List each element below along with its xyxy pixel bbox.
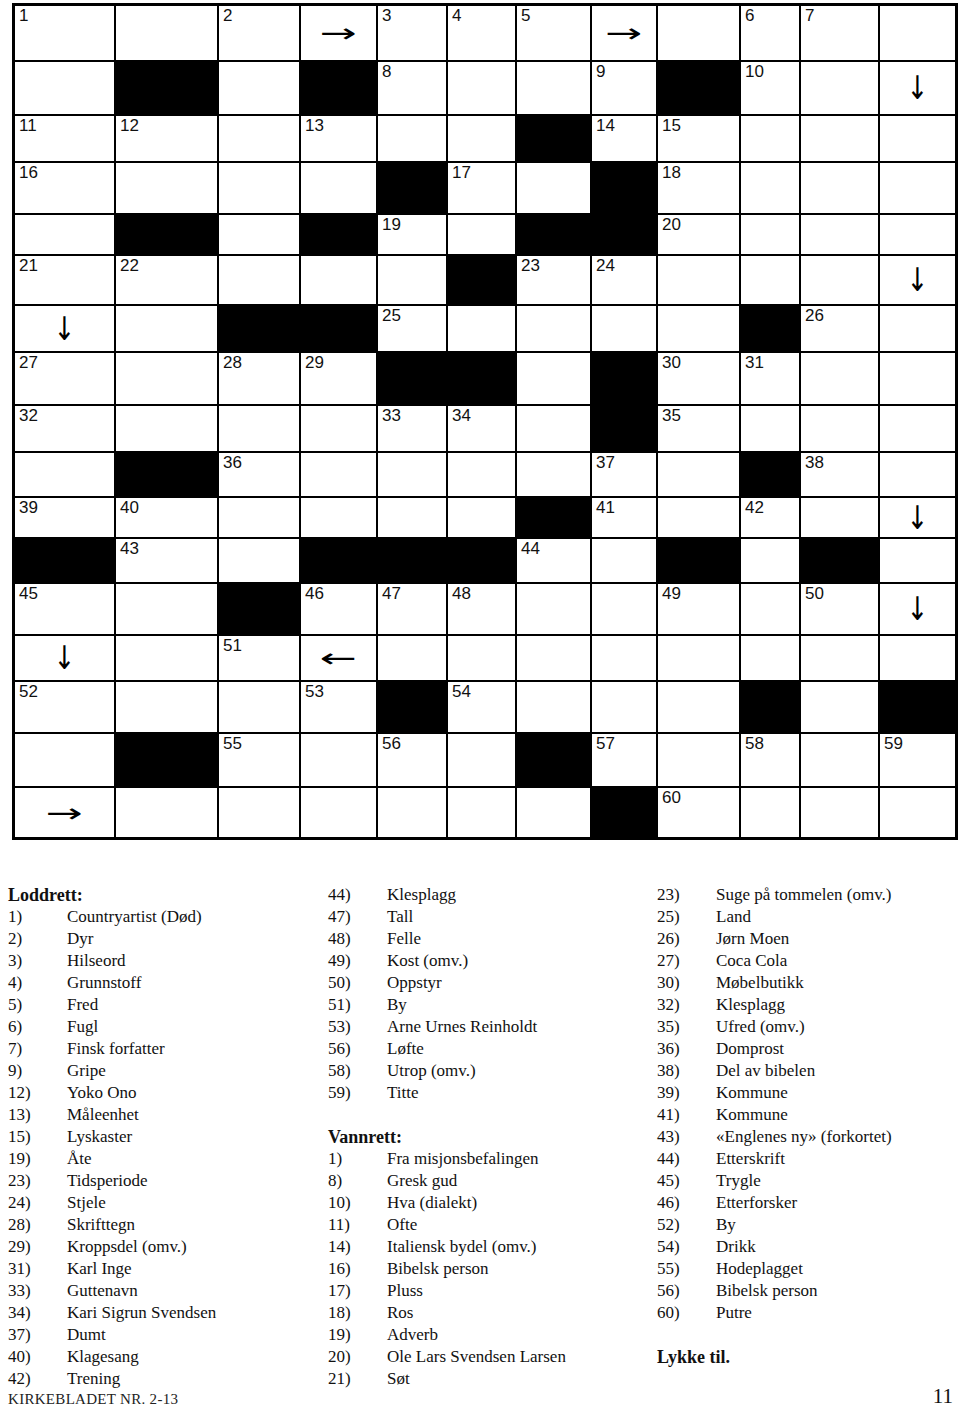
cell-r2c2 xyxy=(115,61,218,115)
cell-r4c3[interactable] xyxy=(218,162,300,214)
cell-r17c7[interactable] xyxy=(516,787,591,838)
cell-r4c11[interactable] xyxy=(800,162,879,214)
clue-item-text: Adverb xyxy=(387,1325,438,1344)
down-arrow-icon: ↓ xyxy=(15,631,114,686)
cell-r9c12[interactable] xyxy=(879,405,956,452)
cell-r11c12[interactable]: ↓ xyxy=(879,497,956,538)
cell-clue-number: 20 xyxy=(662,216,681,235)
cell-r13c6[interactable]: 48 xyxy=(447,583,516,635)
cell-r17c2[interactable] xyxy=(115,787,218,838)
clue-item-number: 40) xyxy=(8,1346,67,1368)
clue-item: 58)Utrop (omv.) xyxy=(328,1060,566,1082)
cell-r14c9[interactable] xyxy=(657,635,740,681)
cell-r2c5[interactable]: 8 xyxy=(377,61,447,115)
cell-r15c3[interactable] xyxy=(218,681,300,733)
clue-item-text: Jørn Moen xyxy=(716,929,789,948)
cell-r9c10[interactable] xyxy=(740,405,800,452)
cell-clue-number: 59 xyxy=(884,735,903,754)
cell-r1c2[interactable] xyxy=(115,5,218,61)
cell-r10c3[interactable]: 36 xyxy=(218,452,300,497)
clue-item-number: 4) xyxy=(8,972,67,994)
cell-r6c1[interactable]: 21 xyxy=(14,255,115,305)
cell-clue-number: 14 xyxy=(596,117,615,136)
cell-r2c7[interactable] xyxy=(516,61,591,115)
cell-r10c4[interactable] xyxy=(300,452,377,497)
cell-r12c10[interactable] xyxy=(740,538,800,583)
cell-r4c9[interactable]: 18 xyxy=(657,162,740,214)
cell-r5c11[interactable] xyxy=(800,214,879,255)
cell-r9c9[interactable]: 35 xyxy=(657,405,740,452)
cell-r13c10[interactable] xyxy=(740,583,800,635)
clue-item-number: 44) xyxy=(328,884,387,906)
cell-r1c8[interactable]: → xyxy=(591,5,657,61)
down-arrow-icon: ↓ xyxy=(880,493,955,542)
cell-r14c6[interactable] xyxy=(447,635,516,681)
cell-r7c12[interactable] xyxy=(879,305,956,352)
cell-clue-number: 12 xyxy=(120,117,139,136)
cell-r3c1[interactable]: 11 xyxy=(14,115,115,162)
cell-r16c10[interactable]: 58 xyxy=(740,733,800,787)
cell-clue-number: 32 xyxy=(19,407,38,426)
cell-r9c6[interactable]: 34 xyxy=(447,405,516,452)
cell-r6c7[interactable]: 23 xyxy=(516,255,591,305)
cell-r3c3[interactable] xyxy=(218,115,300,162)
cell-r17c1[interactable]: → xyxy=(14,787,115,838)
clue-item-number: 20) xyxy=(328,1346,387,1368)
cell-r11c11[interactable] xyxy=(800,497,879,538)
cell-r16c6[interactable] xyxy=(447,733,516,787)
cell-r13c8[interactable] xyxy=(591,583,657,635)
cell-r3c12[interactable] xyxy=(879,115,956,162)
clue-item-text: Yoko Ono xyxy=(67,1083,137,1102)
clue-item-number: 33) xyxy=(8,1280,67,1302)
cell-r15c8[interactable] xyxy=(591,681,657,733)
cell-r7c2[interactable] xyxy=(115,305,218,352)
cell-clue-number: 54 xyxy=(452,683,471,702)
clue-item: 52)By xyxy=(657,1214,892,1236)
clue-item-text: Åte xyxy=(67,1149,92,1168)
clue-item-text: Drikk xyxy=(716,1237,756,1256)
cell-r13c11[interactable]: 50 xyxy=(800,583,879,635)
clue-item-number: 2) xyxy=(8,928,67,950)
clue-item-text: Fugl xyxy=(67,1017,98,1036)
cell-r16c5[interactable]: 56 xyxy=(377,733,447,787)
cell-clue-number: 50 xyxy=(805,585,824,604)
clue-item: 41)Kommune xyxy=(657,1104,892,1126)
cell-r15c2[interactable] xyxy=(115,681,218,733)
clue-item-text: Bibelsk person xyxy=(387,1259,489,1278)
cell-r17c4[interactable] xyxy=(300,787,377,838)
clue-item-number: 29) xyxy=(8,1236,67,1258)
cell-r7c3 xyxy=(218,305,300,352)
clue-item-number: 58) xyxy=(328,1060,387,1082)
clue-item-number: 51) xyxy=(328,994,387,1016)
clue-item-text: Italiensk bydel (omv.) xyxy=(387,1237,537,1256)
clue-item-text: Klagesang xyxy=(67,1347,139,1366)
cell-r6c3[interactable] xyxy=(218,255,300,305)
cell-clue-number: 21 xyxy=(19,257,38,276)
cell-r3c11[interactable] xyxy=(800,115,879,162)
cell-r17c11[interactable] xyxy=(800,787,879,838)
cell-r8c12[interactable] xyxy=(879,352,956,405)
clue-item-number: 37) xyxy=(8,1324,67,1346)
cell-clue-number: 1 xyxy=(19,7,28,26)
clue-item-number: 59) xyxy=(328,1082,387,1104)
clue-item-text: Ros xyxy=(387,1303,413,1322)
cell-r7c9[interactable] xyxy=(657,305,740,352)
clue-item-text: Hva (dialekt) xyxy=(387,1193,477,1212)
cell-r5c9[interactable]: 20 xyxy=(657,214,740,255)
cell-r17c9[interactable]: 60 xyxy=(657,787,740,838)
clue-item-number: 41) xyxy=(657,1104,716,1126)
cell-clue-number: 5 xyxy=(521,7,530,26)
cell-r5c10[interactable] xyxy=(740,214,800,255)
cell-clue-number: 11 xyxy=(19,117,37,136)
clue-item-text: Karl Inge xyxy=(67,1259,132,1278)
clue-item-text: Titte xyxy=(387,1083,419,1102)
cell-r6c10[interactable] xyxy=(740,255,800,305)
cell-clue-number: 43 xyxy=(120,540,139,559)
cell-r3c5[interactable] xyxy=(377,115,447,162)
cell-r16c3[interactable]: 55 xyxy=(218,733,300,787)
cell-r2c8[interactable]: 9 xyxy=(591,61,657,115)
cell-r6c2[interactable]: 22 xyxy=(115,255,218,305)
cell-clue-number: 27 xyxy=(19,354,38,373)
cell-r15c9[interactable] xyxy=(657,681,740,733)
cell-r14c2[interactable] xyxy=(115,635,218,681)
clue-item: 13)Måleenhet xyxy=(8,1104,216,1126)
cell-r12c8[interactable] xyxy=(591,538,657,583)
cell-r5c2 xyxy=(115,214,218,255)
cell-r14c4[interactable]: ← xyxy=(300,635,377,681)
cell-r2c3[interactable] xyxy=(218,61,300,115)
cell-r8c1[interactable]: 27 xyxy=(14,352,115,405)
cell-r5c5[interactable]: 19 xyxy=(377,214,447,255)
cell-r1c9[interactable] xyxy=(657,5,740,61)
cell-r7c10 xyxy=(740,305,800,352)
cell-r8c7[interactable] xyxy=(516,352,591,405)
cell-r8c3[interactable]: 28 xyxy=(218,352,300,405)
cell-r4c1[interactable]: 16 xyxy=(14,162,115,214)
clue-item-text: Bibelsk person xyxy=(716,1281,818,1300)
cell-clue-number: 37 xyxy=(596,454,615,473)
clue-item-text: Fred xyxy=(67,995,98,1014)
clue-item-number: 23) xyxy=(657,884,716,906)
clue-item-number: 43) xyxy=(657,1126,716,1148)
cell-r14c10[interactable] xyxy=(740,635,800,681)
cell-r7c5[interactable]: 25 xyxy=(377,305,447,352)
cell-r12c2[interactable]: 43 xyxy=(115,538,218,583)
clue-item-number: 18) xyxy=(328,1302,387,1324)
cell-r8c2[interactable] xyxy=(115,352,218,405)
cell-r5c8 xyxy=(591,214,657,255)
cell-clue-number: 58 xyxy=(745,735,764,754)
cell-r2c1[interactable] xyxy=(14,61,115,115)
clue-item-text: Kroppsdel (omv.) xyxy=(67,1237,187,1256)
cell-r6c5[interactable] xyxy=(377,255,447,305)
cell-r16c9[interactable] xyxy=(657,733,740,787)
clue-item: 56)Løfte xyxy=(328,1038,566,1060)
clue-item-text: Søt xyxy=(387,1369,410,1388)
cell-r3c10[interactable] xyxy=(740,115,800,162)
clue-item: 34)Kari Sigrun Svendsen xyxy=(8,1302,216,1324)
cell-r5c3[interactable] xyxy=(218,214,300,255)
cell-r6c8[interactable]: 24 xyxy=(591,255,657,305)
cell-r9c11[interactable] xyxy=(800,405,879,452)
clue-item-text: Kommune xyxy=(716,1083,788,1102)
cell-clue-number: 47 xyxy=(382,585,401,604)
cell-r17c12[interactable] xyxy=(879,787,956,838)
cell-r10c8[interactable]: 37 xyxy=(591,452,657,497)
cell-r4c2[interactable] xyxy=(115,162,218,214)
cell-r8c6 xyxy=(447,352,516,405)
clue-item: 2)Dyr xyxy=(8,928,216,950)
clue-item-number: 11) xyxy=(328,1214,387,1236)
cell-r4c12[interactable] xyxy=(879,162,956,214)
cell-r16c11[interactable] xyxy=(800,733,879,787)
cell-clue-number: 48 xyxy=(452,585,471,604)
cell-clue-number: 60 xyxy=(662,789,681,808)
cell-r10c7[interactable] xyxy=(516,452,591,497)
cell-r7c6[interactable] xyxy=(447,305,516,352)
cell-r11c4[interactable] xyxy=(300,497,377,538)
cell-r16c1[interactable] xyxy=(14,733,115,787)
cell-r9c4[interactable] xyxy=(300,405,377,452)
clue-item-number: 35) xyxy=(657,1016,716,1038)
clue-item-text: Finsk forfatter xyxy=(67,1039,165,1058)
cell-r16c8[interactable]: 57 xyxy=(591,733,657,787)
cell-r9c1[interactable]: 32 xyxy=(14,405,115,452)
cell-r2c12[interactable]: ↓ xyxy=(879,61,956,115)
cell-r12c7[interactable]: 44 xyxy=(516,538,591,583)
clue-item: 15)Lyskaster xyxy=(8,1126,216,1148)
cell-r15c7[interactable] xyxy=(516,681,591,733)
cell-r13c2[interactable] xyxy=(115,583,218,635)
cell-r15c11[interactable] xyxy=(800,681,879,733)
cell-r11c2[interactable]: 40 xyxy=(115,497,218,538)
cell-r12c6 xyxy=(447,538,516,583)
clue-item-number: 52) xyxy=(657,1214,716,1236)
cell-r13c7[interactable] xyxy=(516,583,591,635)
cell-r15c10 xyxy=(740,681,800,733)
cell-r7c1[interactable]: ↓ xyxy=(14,305,115,352)
clue-item: 44)Klesplagg xyxy=(328,884,566,906)
clue-item-text: Felle xyxy=(387,929,421,948)
cell-r2c6[interactable] xyxy=(447,61,516,115)
cell-r16c12[interactable]: 59 xyxy=(879,733,956,787)
cell-r16c7 xyxy=(516,733,591,787)
cell-r8c11[interactable] xyxy=(800,352,879,405)
cell-r15c12 xyxy=(879,681,956,733)
cell-r3c2[interactable]: 12 xyxy=(115,115,218,162)
cell-r11c1[interactable]: 39 xyxy=(14,497,115,538)
clue-list-header: Vannrett: xyxy=(328,1126,566,1148)
cell-r12c12[interactable] xyxy=(879,538,956,583)
clue-item-number: 44) xyxy=(657,1148,716,1170)
cell-r2c9 xyxy=(657,61,740,115)
cell-r3c4[interactable]: 13 xyxy=(300,115,377,162)
cell-r8c10[interactable]: 31 xyxy=(740,352,800,405)
cell-r9c5[interactable]: 33 xyxy=(377,405,447,452)
cell-r4c4[interactable] xyxy=(300,162,377,214)
clue-item: 23)Suge på tommelen (omv.) xyxy=(657,884,892,906)
cell-clue-number: 18 xyxy=(662,164,681,183)
crossword-grid: 12→345→678910↓11121314151617181920212223… xyxy=(12,3,958,840)
cell-r8c4[interactable]: 29 xyxy=(300,352,377,405)
cell-r11c6[interactable] xyxy=(447,497,516,538)
cell-r2c10[interactable]: 10 xyxy=(740,61,800,115)
cell-r13c4[interactable]: 46 xyxy=(300,583,377,635)
cell-r14c11[interactable] xyxy=(800,635,879,681)
cell-r10c1[interactable] xyxy=(14,452,115,497)
cell-r4c10[interactable] xyxy=(740,162,800,214)
clue-item-number: 47) xyxy=(328,906,387,928)
cell-r5c1[interactable] xyxy=(14,214,115,255)
clue-item-number: 34) xyxy=(8,1302,67,1324)
cell-r17c3[interactable] xyxy=(218,787,300,838)
cell-r14c7[interactable] xyxy=(516,635,591,681)
clue-item: 59)Titte xyxy=(328,1082,566,1104)
cell-clue-number: 30 xyxy=(662,354,681,373)
clue-column-middle: 44)Klesplagg47)Tall48)Felle49)Kost (omv.… xyxy=(328,884,566,1390)
clue-item-number: 48) xyxy=(328,928,387,950)
clue-list-header: Loddrett: xyxy=(8,884,216,906)
cell-r14c5[interactable] xyxy=(377,635,447,681)
cell-r7c11[interactable]: 26 xyxy=(800,305,879,352)
cell-r4c8 xyxy=(591,162,657,214)
clue-item: 54)Drikk xyxy=(657,1236,892,1258)
cell-clue-number: 34 xyxy=(452,407,471,426)
cell-r11c9[interactable] xyxy=(657,497,740,538)
cell-r1c10[interactable]: 6 xyxy=(740,5,800,61)
cell-r5c6[interactable] xyxy=(447,214,516,255)
cell-r4c7[interactable] xyxy=(516,162,591,214)
clue-item-number: 14) xyxy=(328,1236,387,1258)
cell-r14c1[interactable]: ↓ xyxy=(14,635,115,681)
cell-r6c4[interactable] xyxy=(300,255,377,305)
clue-item-text: Land xyxy=(716,907,751,926)
cell-r17c10[interactable] xyxy=(740,787,800,838)
cell-r10c12[interactable] xyxy=(879,452,956,497)
clue-item: 50)Oppstyr xyxy=(328,972,566,994)
cell-r1c4[interactable]: → xyxy=(300,5,377,61)
cell-clue-number: 19 xyxy=(382,216,401,235)
clue-item-text: Etterskrift xyxy=(716,1149,785,1168)
cell-r11c10[interactable]: 42 xyxy=(740,497,800,538)
cell-r10c11[interactable]: 38 xyxy=(800,452,879,497)
cell-r13c12[interactable]: ↓ xyxy=(879,583,956,635)
clue-item: 19)Åte xyxy=(8,1148,216,1170)
cell-r14c8[interactable] xyxy=(591,635,657,681)
cell-r6c11[interactable] xyxy=(800,255,879,305)
cell-r9c3[interactable] xyxy=(218,405,300,452)
cell-r12c1 xyxy=(14,538,115,583)
cell-clue-number: 39 xyxy=(19,499,38,518)
cell-r15c1[interactable]: 52 xyxy=(14,681,115,733)
cell-r1c11[interactable]: 7 xyxy=(800,5,879,61)
cell-r12c3[interactable] xyxy=(218,538,300,583)
cell-r3c8[interactable]: 14 xyxy=(591,115,657,162)
cell-r10c6[interactable] xyxy=(447,452,516,497)
cell-r16c4[interactable] xyxy=(300,733,377,787)
clue-item-number: 13) xyxy=(8,1104,67,1126)
cell-r10c5[interactable] xyxy=(377,452,447,497)
clue-item-number: 26) xyxy=(657,928,716,950)
cell-r10c10 xyxy=(740,452,800,497)
clue-item-text: Coca Cola xyxy=(716,951,787,970)
clue-item-number: 42) xyxy=(8,1368,67,1390)
cell-r9c2[interactable] xyxy=(115,405,218,452)
cell-r11c3[interactable] xyxy=(218,497,300,538)
cell-r9c7[interactable] xyxy=(516,405,591,452)
cell-r7c8[interactable] xyxy=(591,305,657,352)
clue-item-text: Ofte xyxy=(387,1215,417,1234)
cell-r15c6[interactable]: 54 xyxy=(447,681,516,733)
clue-item: 47)Tall xyxy=(328,906,566,928)
clue-item-number: 9) xyxy=(8,1060,67,1082)
cell-r13c5[interactable]: 47 xyxy=(377,583,447,635)
cell-r15c4[interactable]: 53 xyxy=(300,681,377,733)
cell-r3c9[interactable]: 15 xyxy=(657,115,740,162)
cell-r1c6[interactable]: 4 xyxy=(447,5,516,61)
clue-item: 6)Fugl xyxy=(8,1016,216,1038)
cell-r1c5[interactable]: 3 xyxy=(377,5,447,61)
cell-clue-number: 2 xyxy=(223,7,232,26)
cell-clue-number: 55 xyxy=(223,735,242,754)
cell-r11c8[interactable]: 41 xyxy=(591,497,657,538)
clue-item: 12)Yoko Ono xyxy=(8,1082,216,1104)
cell-r14c12[interactable] xyxy=(879,635,956,681)
cell-clue-number: 10 xyxy=(745,63,764,82)
cell-r4c5 xyxy=(377,162,447,214)
clue-item-number: 60) xyxy=(657,1302,716,1324)
clue-item: 32)Klesplagg xyxy=(657,994,892,1016)
clue-item-text: Dumt xyxy=(67,1325,106,1344)
cell-clue-number: 44 xyxy=(521,540,540,559)
clue-item: 7)Finsk forfatter xyxy=(8,1038,216,1060)
cell-r5c12[interactable] xyxy=(879,214,956,255)
cell-r11c5[interactable] xyxy=(377,497,447,538)
cell-r10c9[interactable] xyxy=(657,452,740,497)
clue-item-number: 15) xyxy=(8,1126,67,1148)
cell-r6c9[interactable] xyxy=(657,255,740,305)
cell-r3c6[interactable] xyxy=(447,115,516,162)
clue-item: 10)Hva (dialekt) xyxy=(328,1192,566,1214)
clue-spacer xyxy=(657,1324,892,1346)
cell-r13c9[interactable]: 49 xyxy=(657,583,740,635)
cell-r17c6[interactable] xyxy=(447,787,516,838)
clue-item-number: 5) xyxy=(8,994,67,1016)
clue-item: 11)Ofte xyxy=(328,1214,566,1236)
cell-r10c2 xyxy=(115,452,218,497)
cell-r8c9[interactable]: 30 xyxy=(657,352,740,405)
cell-r1c1[interactable]: 1 xyxy=(14,5,115,61)
cell-r12c5 xyxy=(377,538,447,583)
cell-clue-number: 3 xyxy=(382,7,391,26)
cell-clue-number: 8 xyxy=(382,63,391,82)
cell-r4c6[interactable]: 17 xyxy=(447,162,516,214)
cell-clue-number: 7 xyxy=(805,7,814,26)
cell-r6c12[interactable]: ↓ xyxy=(879,255,956,305)
cell-r1c12[interactable] xyxy=(879,5,956,61)
cell-r13c1[interactable]: 45 xyxy=(14,583,115,635)
cell-r2c11[interactable] xyxy=(800,61,879,115)
clue-item-number: 56) xyxy=(657,1280,716,1302)
clue-item-number: 24) xyxy=(8,1192,67,1214)
cell-r17c5[interactable] xyxy=(377,787,447,838)
cell-r7c7[interactable] xyxy=(516,305,591,352)
cell-clue-number: 31 xyxy=(745,354,764,373)
